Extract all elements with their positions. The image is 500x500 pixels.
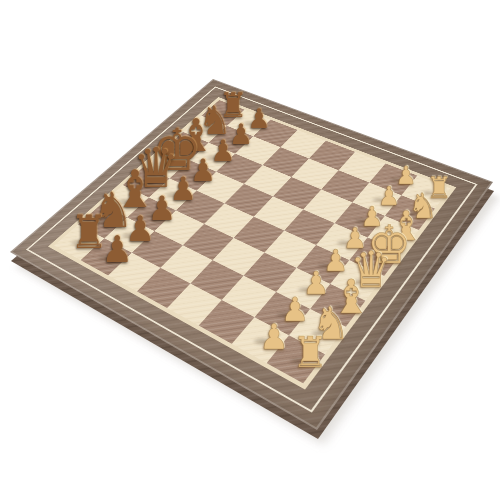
piece-white-pawn-a2[interactable]: ♟ [259,318,289,353]
pieces-layer: ♜♞♝♛♚♝♞♜♟♟♟♟♟♟♟♟♟♟♟♟♟♟♟♟♜♞♝♛♚♝♞♜ [0,0,500,500]
piece-black-pawn-a7[interactable]: ♟ [101,232,132,269]
piece-white-rook-a1[interactable]: ♜ [292,332,328,374]
chess-board-photo: ♜♞♝♛♚♝♞♜♟♟♟♟♟♟♟♟♟♟♟♟♟♟♟♟♜♞♝♛♚♝♞♜ [0,0,500,500]
